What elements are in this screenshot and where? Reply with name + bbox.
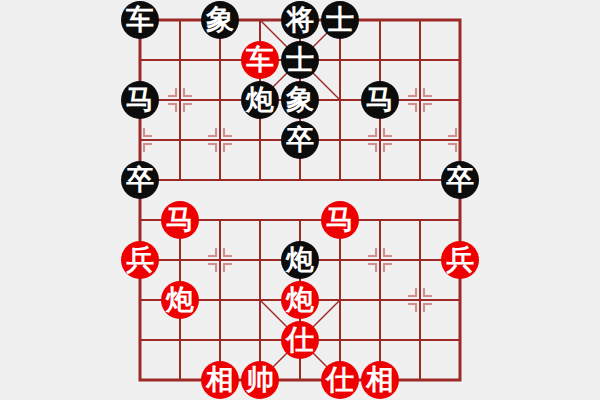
- piece-black-advisor[interactable]: 士: [281, 41, 319, 79]
- board-pieces-layer: 车象将士车士马炮象马卒卒卒马马兵炮兵炮炮仕相帅仕相: [120, 0, 480, 400]
- piece-black-soldier[interactable]: 卒: [441, 161, 479, 199]
- piece-red-cannon[interactable]: 炮: [281, 281, 319, 319]
- piece-red-chariot[interactable]: 车: [241, 41, 279, 79]
- xiangqi-app: 车象将士车士马炮象马卒卒卒马马兵炮兵炮炮仕相帅仕相: [0, 0, 600, 400]
- piece-red-soldier[interactable]: 兵: [441, 241, 479, 279]
- piece-black-elephant[interactable]: 象: [201, 1, 239, 39]
- piece-red-elephant[interactable]: 相: [361, 361, 399, 399]
- piece-black-soldier[interactable]: 卒: [281, 121, 319, 159]
- piece-black-cannon[interactable]: 炮: [281, 241, 319, 279]
- piece-red-horse[interactable]: 马: [321, 201, 359, 239]
- piece-black-advisor[interactable]: 士: [321, 1, 359, 39]
- piece-black-general[interactable]: 将: [281, 1, 319, 39]
- piece-black-horse[interactable]: 马: [361, 81, 399, 119]
- piece-black-cannon[interactable]: 炮: [241, 81, 279, 119]
- piece-red-elephant[interactable]: 相: [201, 361, 239, 399]
- piece-black-chariot[interactable]: 车: [121, 1, 159, 39]
- piece-red-soldier[interactable]: 兵: [121, 241, 159, 279]
- piece-red-cannon[interactable]: 炮: [161, 281, 199, 319]
- piece-black-elephant[interactable]: 象: [281, 81, 319, 119]
- piece-black-horse[interactable]: 马: [121, 81, 159, 119]
- piece-red-horse[interactable]: 马: [161, 201, 199, 239]
- piece-red-advisor[interactable]: 仕: [321, 361, 359, 399]
- piece-red-advisor[interactable]: 仕: [281, 321, 319, 359]
- piece-red-general[interactable]: 帅: [241, 361, 279, 399]
- piece-black-soldier[interactable]: 卒: [121, 161, 159, 199]
